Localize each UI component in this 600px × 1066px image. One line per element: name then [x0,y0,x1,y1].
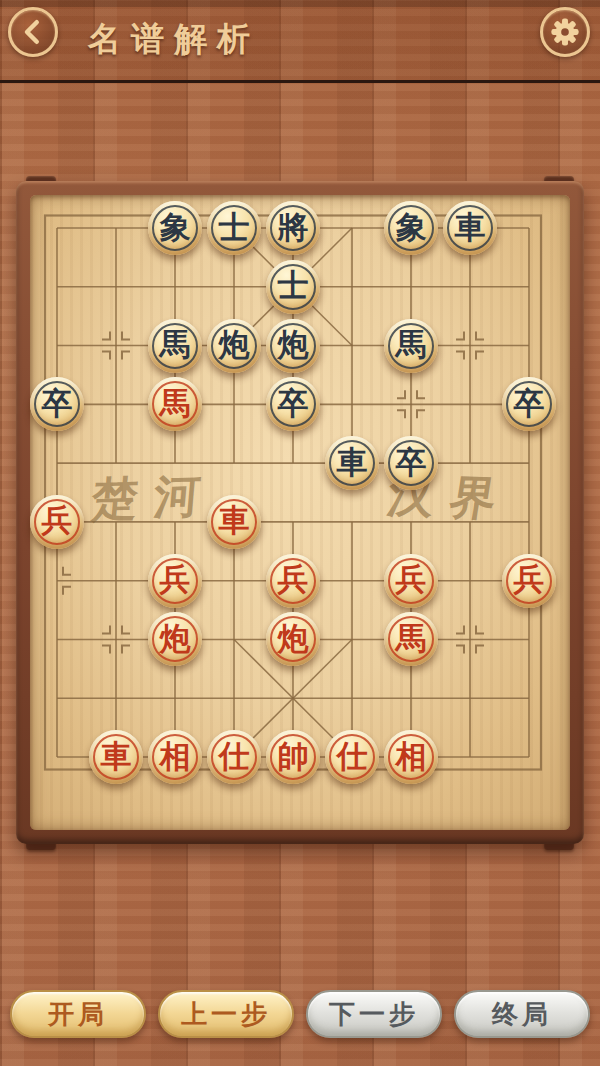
piece-red-車-r5c3[interactable]: 車 [207,495,261,549]
piece-black-車-r4c5[interactable]: 車 [325,436,379,490]
piece-glyph: 炮 [160,623,191,654]
piece-black-炮-r2c4[interactable]: 炮 [266,319,320,373]
piece-glyph: 士 [278,270,309,301]
pieces-layer: 象士將象車士馬炮炮馬卒馬卒卒車卒兵車兵兵兵兵炮炮馬車相仕帥仕相 [0,0,600,1066]
controls-bar: 开局 上一步 下一步 终局 [0,990,600,1038]
piece-glyph: 卒 [396,447,427,478]
previous-move-button-label: 上一步 [181,997,271,1032]
chevron-left-icon [18,17,48,47]
next-move-button-label: 下一步 [329,997,419,1032]
piece-glyph: 卒 [278,388,309,419]
piece-red-馬-r7c6[interactable]: 馬 [384,612,438,666]
piece-glyph: 士 [219,212,250,243]
piece-glyph: 馬 [160,388,191,419]
piece-glyph: 車 [337,447,368,478]
piece-red-相-r9c6[interactable]: 相 [384,730,438,784]
piece-black-卒-r3c4[interactable]: 卒 [266,377,320,431]
piece-black-車-r0c7[interactable]: 車 [443,201,497,255]
piece-red-仕-r9c5[interactable]: 仕 [325,730,379,784]
piece-glyph: 相 [160,741,191,772]
piece-glyph: 將 [278,212,309,243]
piece-black-將-r0c4[interactable]: 將 [266,201,320,255]
piece-black-士-r1c4[interactable]: 士 [266,260,320,314]
piece-black-馬-r2c2[interactable]: 馬 [148,319,202,373]
piece-glyph: 兵 [160,564,191,595]
header-bar: 名谱解析 [0,0,600,83]
piece-glyph: 車 [455,212,486,243]
piece-red-兵-r6c2[interactable]: 兵 [148,554,202,608]
piece-glyph: 車 [101,741,132,772]
piece-glyph: 馬 [396,329,427,360]
piece-glyph: 兵 [514,564,545,595]
piece-glyph: 炮 [278,623,309,654]
gear-icon [548,15,582,49]
piece-red-兵-r6c8[interactable]: 兵 [502,554,556,608]
piece-red-仕-r9c3[interactable]: 仕 [207,730,261,784]
piece-glyph: 仕 [337,741,368,772]
opening-button[interactable]: 开局 [10,990,146,1038]
piece-glyph: 炮 [219,329,250,360]
piece-red-帥-r9c4[interactable]: 帥 [266,730,320,784]
piece-black-馬-r2c6[interactable]: 馬 [384,319,438,373]
previous-move-button[interactable]: 上一步 [158,990,294,1038]
endgame-button[interactable]: 终局 [454,990,590,1038]
endgame-button-label: 终局 [492,997,552,1032]
piece-glyph: 卒 [514,388,545,419]
piece-black-象-r0c2[interactable]: 象 [148,201,202,255]
piece-black-象-r0c6[interactable]: 象 [384,201,438,255]
piece-black-卒-r4c6[interactable]: 卒 [384,436,438,490]
piece-glyph: 象 [160,212,191,243]
piece-glyph: 兵 [42,505,73,536]
piece-glyph: 兵 [278,564,309,595]
opening-button-label: 开局 [48,997,108,1032]
piece-glyph: 車 [219,505,250,536]
page-title: 名谱解析 [88,17,260,62]
piece-red-相-r9c2[interactable]: 相 [148,730,202,784]
piece-glyph: 卒 [42,388,73,419]
piece-red-兵-r6c6[interactable]: 兵 [384,554,438,608]
piece-red-炮-r7c2[interactable]: 炮 [148,612,202,666]
piece-red-兵-r5c0[interactable]: 兵 [30,495,84,549]
piece-black-炮-r2c3[interactable]: 炮 [207,319,261,373]
piece-glyph: 仕 [219,741,250,772]
piece-black-士-r0c3[interactable]: 士 [207,201,261,255]
piece-red-車-r9c1[interactable]: 車 [89,730,143,784]
piece-red-兵-r6c4[interactable]: 兵 [266,554,320,608]
piece-glyph: 兵 [396,564,427,595]
piece-glyph: 馬 [396,623,427,654]
next-move-button[interactable]: 下一步 [306,990,442,1038]
settings-button[interactable] [540,7,590,57]
piece-glyph: 象 [396,212,427,243]
piece-red-炮-r7c4[interactable]: 炮 [266,612,320,666]
piece-glyph: 帥 [278,741,309,772]
piece-red-馬-r3c2[interactable]: 馬 [148,377,202,431]
piece-glyph: 馬 [160,329,191,360]
piece-glyph: 相 [396,741,427,772]
piece-black-卒-r3c8[interactable]: 卒 [502,377,556,431]
piece-black-卒-r3c0[interactable]: 卒 [30,377,84,431]
piece-glyph: 炮 [278,329,309,360]
back-button[interactable] [8,7,58,57]
app-screen: 名谱解析 楚河 汉界 象士將象車士馬炮炮馬卒馬卒卒車卒兵車兵兵兵兵炮炮馬車相仕帥… [0,0,600,1066]
